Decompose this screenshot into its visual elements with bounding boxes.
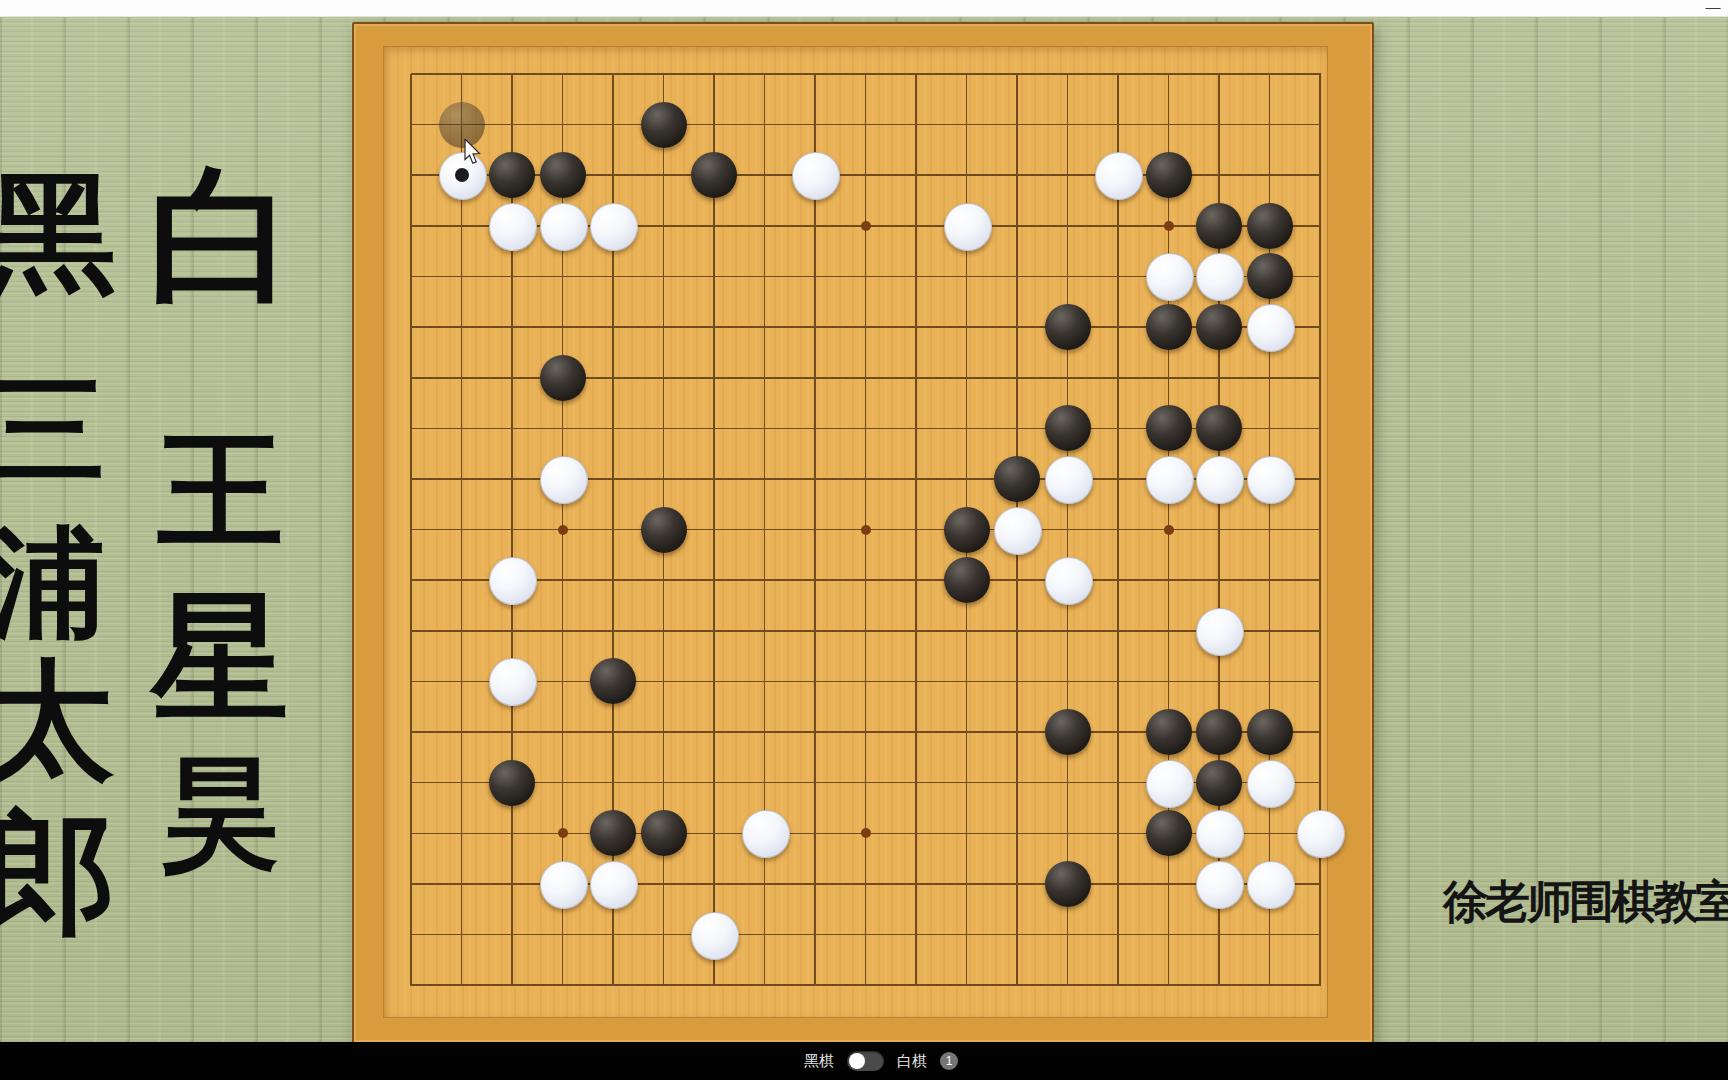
stone-white xyxy=(540,861,588,909)
black-player-char: 郎 xyxy=(0,808,108,938)
stone-white xyxy=(792,152,840,200)
stone-white xyxy=(1297,810,1345,858)
stone-black xyxy=(1196,405,1242,451)
stone-white xyxy=(1247,861,1295,909)
board-grid[interactable] xyxy=(411,74,1321,986)
stone-white xyxy=(489,203,537,251)
stone-white xyxy=(540,203,588,251)
minimize-button[interactable]: — xyxy=(1701,0,1725,17)
stone-white xyxy=(742,810,790,858)
cursor-icon xyxy=(464,139,483,166)
stone-black xyxy=(1146,709,1192,755)
white-player-char: 王 xyxy=(148,428,292,554)
stone-white xyxy=(1196,861,1244,909)
stone-white xyxy=(590,861,638,909)
star-point xyxy=(558,525,568,535)
stone-black xyxy=(1196,203,1242,249)
star-point xyxy=(1164,525,1174,535)
stone-white xyxy=(691,912,739,960)
stone-white xyxy=(1146,456,1194,504)
stone-white xyxy=(1095,152,1143,200)
stone-white xyxy=(944,203,992,251)
grid-line xyxy=(915,74,917,986)
stone-black xyxy=(1196,709,1242,755)
stone-white xyxy=(1196,456,1244,504)
stone-black xyxy=(1045,709,1091,755)
white-player-char: 白 xyxy=(148,162,292,310)
stone-black xyxy=(1146,810,1192,856)
stone-black xyxy=(641,810,687,856)
grid-line xyxy=(1117,74,1119,986)
stone-black xyxy=(1196,760,1242,806)
stone-black xyxy=(1146,304,1192,350)
stone-black xyxy=(1196,304,1242,350)
grid-line xyxy=(411,630,1321,632)
stone-white xyxy=(540,456,588,504)
app-window: — 黑 三 浦 太 郎 白 王 星 昊 徐老师围棋教室 黑棋 白棋 1 xyxy=(0,0,1728,1080)
star-point xyxy=(861,525,871,535)
grid-line xyxy=(411,579,1321,581)
move-count-badge: 1 xyxy=(940,1052,958,1070)
stone-white xyxy=(489,658,537,706)
black-turn-label: 黑棋 xyxy=(804,1052,834,1071)
stone-black xyxy=(590,658,636,704)
stone-white xyxy=(1196,810,1244,858)
stone-black xyxy=(944,557,990,603)
star-point xyxy=(1164,221,1174,231)
black-player-char: 太 xyxy=(0,656,108,784)
stone-black xyxy=(590,810,636,856)
bottom-bar: 黑棋 白棋 1 xyxy=(0,1042,1728,1080)
grid-line xyxy=(411,934,1321,936)
stone-black xyxy=(1146,152,1192,198)
stone-black xyxy=(1247,709,1293,755)
star-point xyxy=(861,221,871,231)
last-move-marker xyxy=(455,168,469,182)
white-turn-label: 白棋 xyxy=(897,1052,927,1071)
stone-white xyxy=(1045,456,1093,504)
grid-line xyxy=(411,984,1321,986)
stone-black xyxy=(1247,253,1293,299)
stone-black xyxy=(1247,203,1293,249)
stone-white xyxy=(590,203,638,251)
toggle-knob xyxy=(849,1053,865,1069)
stone-white xyxy=(1247,304,1295,352)
star-point xyxy=(861,828,871,838)
black-player-char: 浦 xyxy=(0,522,108,642)
stone-black xyxy=(994,456,1040,502)
stone-black xyxy=(1045,861,1091,907)
stone-black xyxy=(540,152,586,198)
stone-black xyxy=(489,760,535,806)
stone-black xyxy=(944,507,990,553)
turn-toggle[interactable] xyxy=(847,1051,884,1071)
stone-black xyxy=(489,152,535,198)
black-player-char: 黑 xyxy=(0,168,108,298)
stone-white xyxy=(1146,253,1194,301)
star-point xyxy=(558,828,568,838)
white-player-char: 星 xyxy=(148,588,292,726)
stone-black xyxy=(1045,304,1091,350)
stone-black xyxy=(641,507,687,553)
stone-white xyxy=(1247,456,1295,504)
title-bar: — xyxy=(0,0,1728,17)
grid-line xyxy=(1067,74,1069,986)
stone-white xyxy=(994,507,1042,555)
stone-black xyxy=(691,152,737,198)
white-player-char: 昊 xyxy=(148,754,292,872)
stone-white xyxy=(1196,608,1244,656)
classroom-watermark: 徐老师围棋教室 xyxy=(1443,872,1728,932)
stone-white xyxy=(489,557,537,605)
stone-white xyxy=(1146,760,1194,808)
grid-line xyxy=(411,681,1321,683)
stone-black xyxy=(1045,405,1091,451)
stone-black xyxy=(641,102,687,148)
stone-black xyxy=(540,355,586,401)
stone-white xyxy=(1247,760,1295,808)
stone-white xyxy=(1045,557,1093,605)
stone-black xyxy=(1146,405,1192,451)
stone-white xyxy=(1196,253,1244,301)
turn-controls: 黑棋 白棋 1 xyxy=(0,1042,1728,1080)
black-player-char: 三 xyxy=(0,370,108,488)
